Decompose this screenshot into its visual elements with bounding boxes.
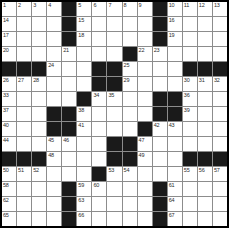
- cell-r2c8[interactable]: [107, 17, 121, 31]
- cell-r12c9[interactable]: 54: [123, 167, 137, 181]
- cell-r10c12[interactable]: [168, 137, 182, 151]
- cell-r12c13[interactable]: 55: [183, 167, 197, 181]
- clue-number-36: 36: [184, 92, 190, 98]
- clue-number-44: 44: [3, 137, 9, 143]
- clue-number-29: 29: [124, 77, 130, 83]
- cell-r10c10[interactable]: 47: [138, 137, 152, 151]
- cell-r15c3[interactable]: [32, 212, 46, 226]
- cell-r2c15[interactable]: [213, 17, 227, 31]
- cell-r9c7[interactable]: [92, 122, 106, 136]
- black-cell-r11c13: [183, 152, 197, 166]
- black-cell-r9c5: [62, 122, 76, 136]
- cell-r2c1[interactable]: 14: [2, 17, 16, 31]
- clue-number-15: 15: [78, 17, 84, 23]
- cell-r6c1[interactable]: 26: [2, 77, 16, 91]
- cell-r6c2[interactable]: 27: [17, 77, 31, 91]
- clue-number-11: 11: [184, 2, 189, 8]
- clue-number-47: 47: [139, 137, 145, 143]
- cell-r13c14[interactable]: [198, 182, 212, 196]
- cell-r11c10[interactable]: 49: [138, 152, 152, 166]
- cell-r5c12[interactable]: [168, 62, 182, 76]
- black-cell-r6c7: [92, 77, 106, 91]
- black-cell-r5c1: [2, 62, 16, 76]
- clue-number-54: 54: [124, 167, 130, 173]
- clue-number-37: 37: [3, 107, 9, 113]
- cell-r12c6[interactable]: [77, 167, 91, 181]
- cell-r13c13[interactable]: [183, 182, 197, 196]
- cell-r11c4[interactable]: 48: [47, 152, 61, 166]
- cell-r7c14[interactable]: [198, 92, 212, 106]
- black-cell-r3c11: [153, 32, 167, 46]
- black-cell-r4c9: [123, 47, 137, 61]
- black-cell-r14c5: [62, 197, 76, 211]
- cell-r5c4[interactable]: 24: [47, 62, 61, 76]
- cell-r11c12[interactable]: [168, 152, 182, 166]
- cell-r6c13[interactable]: 30: [183, 77, 197, 91]
- cell-r9c3[interactable]: [32, 122, 46, 136]
- clue-number-51: 51: [18, 167, 24, 173]
- cell-r13c2[interactable]: [17, 182, 31, 196]
- cell-r8c3[interactable]: [32, 107, 46, 121]
- black-cell-r5c2: [17, 62, 31, 76]
- black-cell-r12c7: [92, 167, 106, 181]
- clue-number-7: 7: [108, 2, 111, 8]
- cell-r15c2[interactable]: [17, 212, 31, 226]
- black-cell-r11c3: [32, 152, 46, 166]
- clue-number-27: 27: [18, 77, 24, 83]
- clue-number-16: 16: [169, 17, 175, 23]
- clue-number-32: 32: [214, 77, 220, 83]
- cell-r2c2[interactable]: [17, 17, 31, 31]
- cell-r5c5[interactable]: [62, 62, 76, 76]
- cell-r7c3[interactable]: [32, 92, 46, 106]
- cell-r2c10[interactable]: [138, 17, 152, 31]
- cell-r1c12[interactable]: 10: [168, 2, 182, 16]
- cell-r8c9[interactable]: [123, 107, 137, 121]
- black-cell-r10c8: [107, 137, 121, 151]
- cell-r9c14[interactable]: [198, 122, 212, 136]
- cell-r9c12[interactable]: 43: [168, 122, 182, 136]
- clue-number-20: 20: [3, 47, 9, 53]
- black-cell-r5c8: [107, 62, 121, 76]
- cell-r1c9[interactable]: 8: [123, 2, 137, 16]
- cell-r12c4[interactable]: [47, 167, 61, 181]
- cell-r6c9[interactable]: 29: [123, 77, 137, 91]
- black-cell-r11c2: [17, 152, 31, 166]
- clue-number-42: 42: [154, 122, 160, 128]
- cell-r8c7[interactable]: [92, 107, 106, 121]
- cell-r15c6[interactable]: 66: [77, 212, 91, 226]
- clue-number-62: 62: [3, 197, 9, 203]
- clue-number-50: 50: [3, 167, 9, 173]
- clue-number-61: 61: [169, 182, 175, 188]
- cell-r4c2[interactable]: [17, 47, 31, 61]
- cell-r2c6[interactable]: 15: [77, 17, 91, 31]
- cell-r10c13[interactable]: [183, 137, 197, 151]
- cell-r14c2[interactable]: [17, 197, 31, 211]
- cell-r3c9[interactable]: [123, 32, 137, 46]
- cell-r9c6[interactable]: 41: [77, 122, 91, 136]
- cell-r6c15[interactable]: 32: [213, 77, 227, 91]
- cell-r15c8[interactable]: [107, 212, 121, 226]
- black-cell-r11c14: [198, 152, 212, 166]
- black-cell-r1c5: [62, 2, 76, 16]
- cell-r12c5[interactable]: [62, 167, 76, 181]
- cell-r2c12[interactable]: 16: [168, 17, 182, 31]
- black-cell-r8c5: [62, 107, 76, 121]
- cell-r15c9[interactable]: [123, 212, 137, 226]
- clue-number-53: 53: [108, 167, 114, 173]
- black-cell-r5c15: [213, 62, 227, 76]
- cell-r9c13[interactable]: [183, 122, 197, 136]
- clue-number-13: 13: [214, 2, 220, 8]
- cell-r15c13[interactable]: [183, 212, 197, 226]
- clue-number-5: 5: [78, 2, 81, 8]
- cell-r15c15[interactable]: [213, 212, 227, 226]
- cell-r8c1[interactable]: 37: [2, 107, 16, 121]
- black-cell-r3c5: [62, 32, 76, 46]
- black-cell-r6c8: [107, 77, 121, 91]
- cell-r10c6[interactable]: [77, 137, 91, 151]
- cell-r1c14[interactable]: 12: [198, 2, 212, 16]
- cell-r6c3[interactable]: 28: [32, 77, 46, 91]
- cell-r8c15[interactable]: [213, 107, 227, 121]
- cell-r12c2[interactable]: 51: [17, 167, 31, 181]
- cell-r4c5[interactable]: 21: [62, 47, 76, 61]
- cell-r8c13[interactable]: 39: [183, 107, 197, 121]
- cell-r12c8[interactable]: 53: [107, 167, 121, 181]
- cell-r3c2[interactable]: [17, 32, 31, 46]
- clue-number-39: 39: [184, 107, 190, 113]
- cell-r13c1[interactable]: 58: [2, 182, 16, 196]
- clue-number-12: 12: [199, 2, 205, 8]
- cell-r7c1[interactable]: 33: [2, 92, 16, 106]
- cell-r1c1[interactable]: 1: [2, 2, 16, 16]
- black-cell-r8c12: [168, 107, 182, 121]
- cell-r10c1[interactable]: 44: [2, 137, 16, 151]
- clue-number-58: 58: [3, 182, 9, 188]
- cell-r3c15[interactable]: [213, 32, 227, 46]
- cell-r7c10[interactable]: [138, 92, 152, 106]
- cell-r15c4[interactable]: [47, 212, 61, 226]
- cell-r9c9[interactable]: [123, 122, 137, 136]
- cell-r1c10[interactable]: 9: [138, 2, 152, 16]
- cell-r4c11[interactable]: 23: [153, 47, 167, 61]
- cell-r3c1[interactable]: 17: [2, 32, 16, 46]
- black-cell-r13c11: [153, 182, 167, 196]
- cell-r8c8[interactable]: [107, 107, 121, 121]
- cell-r13c9[interactable]: [123, 182, 137, 196]
- black-cell-r2c11: [153, 17, 167, 31]
- cell-r14c14[interactable]: [198, 197, 212, 211]
- cell-r14c13[interactable]: [183, 197, 197, 211]
- clue-number-33: 33: [3, 92, 9, 98]
- cell-r2c4[interactable]: [47, 17, 61, 31]
- black-cell-r15c5: [62, 212, 76, 226]
- cell-r8c2[interactable]: [17, 107, 31, 121]
- cell-r9c15[interactable]: [213, 122, 227, 136]
- clue-number-65: 65: [3, 212, 9, 218]
- black-cell-r7c12: [168, 92, 182, 106]
- cell-r2c13[interactable]: [183, 17, 197, 31]
- cell-r2c3[interactable]: [32, 17, 46, 31]
- cell-r7c13[interactable]: 36: [183, 92, 197, 106]
- crossword-grid: 1234567891011121314151617181920212223242…: [0, 0, 229, 228]
- black-cell-r7c11: [153, 92, 167, 106]
- black-cell-r8c11: [153, 107, 167, 121]
- clue-number-63: 63: [78, 197, 84, 203]
- cell-r12c3[interactable]: 52: [32, 167, 46, 181]
- cell-r3c12[interactable]: 19: [168, 32, 182, 46]
- cell-r6c4[interactable]: [47, 77, 61, 91]
- black-cell-r9c4: [47, 122, 61, 136]
- cell-r14c7[interactable]: [92, 197, 106, 211]
- clue-number-64: 64: [169, 197, 175, 203]
- cell-r5c6[interactable]: [77, 62, 91, 76]
- cell-r2c7[interactable]: [92, 17, 106, 31]
- cell-r9c1[interactable]: 40: [2, 122, 16, 136]
- clue-number-48: 48: [48, 152, 54, 158]
- cell-r6c10[interactable]: [138, 77, 152, 91]
- cell-r14c1[interactable]: 62: [2, 197, 16, 211]
- clue-number-17: 17: [3, 32, 9, 38]
- black-cell-r11c8: [107, 152, 121, 166]
- clue-number-2: 2: [18, 2, 21, 8]
- cell-r3c10[interactable]: [138, 32, 152, 46]
- black-cell-r5c7: [92, 62, 106, 76]
- cell-r10c5[interactable]: 46: [62, 137, 76, 151]
- black-cell-r11c1: [2, 152, 16, 166]
- clue-number-52: 52: [33, 167, 39, 173]
- cell-r13c8[interactable]: [107, 182, 121, 196]
- cell-r7c8[interactable]: 35: [107, 92, 121, 106]
- black-cell-r1c11: [153, 2, 167, 16]
- cell-r8c10[interactable]: [138, 107, 152, 121]
- cell-r4c14[interactable]: [198, 47, 212, 61]
- clue-number-21: 21: [63, 47, 69, 53]
- clue-number-35: 35: [108, 92, 114, 98]
- clue-number-56: 56: [199, 167, 205, 173]
- clue-number-40: 40: [3, 122, 9, 128]
- cell-r13c15[interactable]: [213, 182, 227, 196]
- clue-number-3: 3: [33, 2, 36, 8]
- cell-r12c1[interactable]: 50: [2, 167, 16, 181]
- cell-r1c4[interactable]: 4: [47, 2, 61, 16]
- cell-r15c10[interactable]: [138, 212, 152, 226]
- black-cell-r5c3: [32, 62, 46, 76]
- cell-r2c9[interactable]: [123, 17, 137, 31]
- cell-r10c4[interactable]: 45: [47, 137, 61, 151]
- clue-number-49: 49: [139, 152, 145, 158]
- black-cell-r10c9: [123, 137, 137, 151]
- cell-r4c3[interactable]: [32, 47, 46, 61]
- cell-r11c6[interactable]: [77, 152, 91, 166]
- cell-r7c5[interactable]: [62, 92, 76, 106]
- cell-r9c8[interactable]: [107, 122, 121, 136]
- clue-number-46: 46: [63, 137, 69, 143]
- cell-r3c7[interactable]: [92, 32, 106, 46]
- cell-r8c14[interactable]: [198, 107, 212, 121]
- clue-number-14: 14: [3, 17, 9, 23]
- cell-r9c11[interactable]: 42: [153, 122, 167, 136]
- cell-r11c7[interactable]: [92, 152, 106, 166]
- cell-r7c4[interactable]: [47, 92, 61, 106]
- clue-number-4: 4: [48, 2, 51, 8]
- cell-r5c9[interactable]: 25: [123, 62, 137, 76]
- cell-r4c13[interactable]: [183, 47, 197, 61]
- cell-r1c15[interactable]: 13: [213, 2, 227, 16]
- cell-r14c12[interactable]: 64: [168, 197, 182, 211]
- cell-r10c2[interactable]: [17, 137, 31, 151]
- cell-r14c4[interactable]: [47, 197, 61, 211]
- black-cell-r11c15: [213, 152, 227, 166]
- black-cell-r5c14: [198, 62, 212, 76]
- cell-r1c2[interactable]: 2: [17, 2, 31, 16]
- cell-r6c11[interactable]: [153, 77, 167, 91]
- clue-number-18: 18: [78, 32, 84, 38]
- cell-r6c6[interactable]: [77, 77, 91, 91]
- cell-r14c9[interactable]: [123, 197, 137, 211]
- cell-r6c14[interactable]: 31: [198, 77, 212, 91]
- cell-r13c10[interactable]: [138, 182, 152, 196]
- cell-r14c15[interactable]: [213, 197, 227, 211]
- cell-r12c15[interactable]: 57: [213, 167, 227, 181]
- clue-number-55: 55: [184, 167, 190, 173]
- cell-r15c7[interactable]: [92, 212, 106, 226]
- black-cell-r5c13: [183, 62, 197, 76]
- cell-r4c12[interactable]: [168, 47, 182, 61]
- cell-r4c15[interactable]: [213, 47, 227, 61]
- black-cell-r15c11: [153, 212, 167, 226]
- clue-number-43: 43: [169, 122, 175, 128]
- cell-r14c10[interactable]: [138, 197, 152, 211]
- cell-r12c12[interactable]: [168, 167, 182, 181]
- cell-r6c5[interactable]: [62, 77, 76, 91]
- clue-number-6: 6: [93, 2, 96, 8]
- clue-number-23: 23: [154, 47, 160, 53]
- cell-r11c11[interactable]: [153, 152, 167, 166]
- clue-number-34: 34: [93, 92, 99, 98]
- cell-r1c13[interactable]: 11: [183, 2, 197, 16]
- cell-r15c12[interactable]: 67: [168, 212, 182, 226]
- clue-number-28: 28: [33, 77, 39, 83]
- clue-number-59: 59: [78, 182, 84, 188]
- cell-r11c5[interactable]: [62, 152, 76, 166]
- cell-r14c6[interactable]: 63: [77, 197, 91, 211]
- cell-r3c6[interactable]: 18: [77, 32, 91, 46]
- cell-r1c6[interactable]: 5: [77, 2, 91, 16]
- cell-r14c3[interactable]: [32, 197, 46, 211]
- cell-r3c3[interactable]: [32, 32, 46, 46]
- clue-number-22: 22: [139, 47, 145, 53]
- cell-r7c2[interactable]: [17, 92, 31, 106]
- cell-r3c8[interactable]: [107, 32, 121, 46]
- cell-r3c4[interactable]: [47, 32, 61, 46]
- cell-r4c8[interactable]: [107, 47, 121, 61]
- clue-number-24: 24: [48, 62, 54, 68]
- cell-r13c7[interactable]: 60: [92, 182, 106, 196]
- cell-r9c2[interactable]: [17, 122, 31, 136]
- cell-r13c6[interactable]: 59: [77, 182, 91, 196]
- cell-r4c7[interactable]: [92, 47, 106, 61]
- clue-number-41: 41: [78, 122, 84, 128]
- cell-r13c3[interactable]: [32, 182, 46, 196]
- clue-number-10: 10: [169, 2, 175, 8]
- clue-number-1: 1: [3, 2, 6, 8]
- black-cell-r9c10: [138, 122, 152, 136]
- clue-number-60: 60: [93, 182, 99, 188]
- black-cell-r14c11: [153, 197, 167, 211]
- cell-r7c7[interactable]: 34: [92, 92, 106, 106]
- cell-r2c14[interactable]: [198, 17, 212, 31]
- clue-number-67: 67: [169, 212, 175, 218]
- clue-number-26: 26: [3, 77, 9, 83]
- clue-number-8: 8: [124, 2, 127, 8]
- cell-r5c10[interactable]: [138, 62, 152, 76]
- cell-r4c4[interactable]: [47, 47, 61, 61]
- cell-r12c10[interactable]: [138, 167, 152, 181]
- cell-r7c15[interactable]: [213, 92, 227, 106]
- clue-number-25: 25: [124, 62, 130, 68]
- clue-number-57: 57: [214, 167, 220, 173]
- clue-number-45: 45: [48, 137, 54, 143]
- cell-r10c11[interactable]: [153, 137, 167, 151]
- cell-r15c14[interactable]: [198, 212, 212, 226]
- black-cell-r13c5: [62, 182, 76, 196]
- cell-r10c7[interactable]: [92, 137, 106, 151]
- cell-r4c1[interactable]: 20: [2, 47, 16, 61]
- cell-r1c3[interactable]: 3: [32, 2, 46, 16]
- cell-r4c10[interactable]: 22: [138, 47, 152, 61]
- cell-r13c4[interactable]: [47, 182, 61, 196]
- black-cell-r7c6: [77, 92, 91, 106]
- clue-number-31: 31: [199, 77, 205, 83]
- cell-r6c12[interactable]: [168, 77, 182, 91]
- black-cell-r8c4: [47, 107, 61, 121]
- cell-r7c9[interactable]: [123, 92, 137, 106]
- clue-number-38: 38: [78, 107, 84, 113]
- cell-r3c13[interactable]: [183, 32, 197, 46]
- cell-r10c14[interactable]: [198, 137, 212, 151]
- cell-r1c8[interactable]: 7: [107, 2, 121, 16]
- cell-r4c6[interactable]: [77, 47, 91, 61]
- black-cell-r2c5: [62, 17, 76, 31]
- cell-r1c7[interactable]: 6: [92, 2, 106, 16]
- cell-r12c11[interactable]: [153, 167, 167, 181]
- black-cell-r11c9: [123, 152, 137, 166]
- cell-r14c8[interactable]: [107, 197, 121, 211]
- clue-number-66: 66: [78, 212, 84, 218]
- cell-r8c6[interactable]: 38: [77, 107, 91, 121]
- cell-r3c14[interactable]: [198, 32, 212, 46]
- clue-number-9: 9: [139, 2, 142, 8]
- cell-r13c12[interactable]: 61: [168, 182, 182, 196]
- cell-r10c15[interactable]: [213, 137, 227, 151]
- cell-r15c1[interactable]: 65: [2, 212, 16, 226]
- clue-number-30: 30: [184, 77, 190, 83]
- clue-number-19: 19: [169, 32, 175, 38]
- cell-r5c11[interactable]: [153, 62, 167, 76]
- cell-r10c3[interactable]: [32, 137, 46, 151]
- cell-r12c14[interactable]: 56: [198, 167, 212, 181]
